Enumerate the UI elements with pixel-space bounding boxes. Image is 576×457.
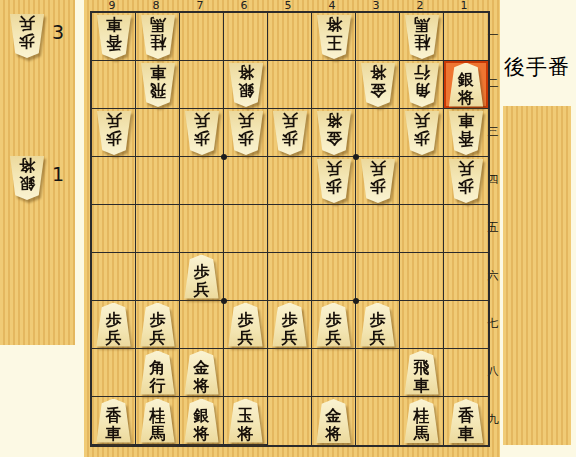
shogi-piece-sente[interactable]: 歩兵 [315,303,353,347]
board-square[interactable] [180,157,224,205]
piece-face: 銀将 [227,63,265,107]
board-square[interactable] [224,205,268,253]
shogi-piece-gote[interactable]: 金将 [359,63,397,107]
piece-kanji: 歩 [106,129,122,147]
shogi-piece-gote[interactable]: 飛車 [139,63,177,107]
piece-face: 歩兵 [447,159,485,203]
shogi-piece-gote[interactable]: 桂馬 [139,15,177,59]
piece-kanji: 兵 [414,111,430,129]
piece-face: 飛車 [139,63,177,107]
shogi-piece-sente[interactable]: 銀将 [183,399,221,443]
board-square[interactable] [92,205,136,253]
file-label: 2 [398,0,442,11]
shogi-piece-gote[interactable]: 歩兵 [8,14,46,58]
shogi-app: 歩兵3銀将1 987654321 一二三四五六七八九 香車桂馬王将桂馬飛車銀将金… [0,0,576,457]
board-square[interactable]: 玉将 [224,397,268,445]
piece-face: 桂馬 [403,399,441,443]
piece-face: 桂馬 [403,15,441,59]
board-square[interactable]: 銀将 [224,61,268,109]
board-square[interactable]: 角行 [136,349,180,397]
piece-kanji: 馬 [414,15,430,33]
piece-kanji: 銀 [458,71,474,89]
board-square[interactable] [268,13,312,61]
shogi-piece-gote[interactable]: 銀将 [227,63,265,107]
piece-face: 玉将 [227,399,265,443]
piece-face: 香車 [95,15,133,59]
piece-kanji: 兵 [194,281,210,299]
board-square[interactable]: 香車 [444,109,488,157]
piece-kanji: 歩 [326,311,342,329]
piece-kanji: 兵 [370,329,386,347]
piece-kanji: 兵 [19,14,35,32]
piece-kanji: 角 [414,81,430,99]
piece-kanji: 銀 [194,407,210,425]
board-square[interactable] [224,13,268,61]
board-square[interactable] [268,205,312,253]
board-square[interactable]: 歩兵 [312,157,356,205]
board-square[interactable]: 桂馬 [136,13,180,61]
file-label: 1 [442,0,486,11]
piece-kanji: 香 [458,129,474,147]
shogi-piece-sente[interactable]: 金将 [183,351,221,395]
board-square[interactable] [180,13,224,61]
piece-kanji: 馬 [414,425,430,443]
piece-kanji: 将 [326,425,342,443]
piece-kanji: 王 [326,33,342,51]
piece-face: 歩兵 [271,111,309,155]
piece-kanji: 歩 [150,311,166,329]
board-square[interactable]: 歩兵 [312,301,356,349]
piece-face: 桂馬 [139,15,177,59]
board-square[interactable]: 歩兵 [180,253,224,301]
board-square[interactable]: 王将 [312,13,356,61]
board-square[interactable] [356,349,400,397]
captured-piece-slot: 銀将1 [8,156,74,202]
board-square[interactable] [180,301,224,349]
piece-kanji: 金 [326,129,342,147]
board-square[interactable] [268,397,312,445]
piece-face: 歩兵 [95,111,133,155]
board-square[interactable] [444,253,488,301]
board-square[interactable] [268,157,312,205]
piece-kanji: 将 [238,425,254,443]
board-square[interactable] [444,205,488,253]
shogi-piece-gote[interactable]: 王将 [315,15,353,59]
shogi-piece-sente[interactable]: 桂馬 [403,399,441,443]
board-square[interactable]: 金将 [180,349,224,397]
shogi-piece-sente[interactable]: 玉将 [227,399,265,443]
piece-kanji: 歩 [326,177,342,195]
piece-kanji: 飛 [414,359,430,377]
piece-kanji: 将 [19,156,35,174]
board-square[interactable] [444,13,488,61]
piece-face: 飛車 [403,351,441,395]
board-square[interactable]: 金将 [312,397,356,445]
piece-kanji: 歩 [194,129,210,147]
star-point [221,298,227,304]
board-square[interactable] [444,301,488,349]
board-grid: 香車桂馬王将桂馬飛車銀将金将角行銀将歩兵歩兵歩兵歩兵金将歩兵香車歩兵歩兵歩兵歩兵… [90,11,490,447]
piece-kanji: 将 [326,111,342,129]
piece-kanji: 香 [106,33,122,51]
board-square[interactable] [136,205,180,253]
board-square[interactable]: 飛車 [400,349,444,397]
shogi-piece-sente[interactable]: 歩兵 [95,303,133,347]
board-square[interactable] [356,205,400,253]
board-square[interactable] [356,109,400,157]
piece-face: 歩兵 [315,303,353,347]
piece-kanji: 行 [150,377,166,395]
piece-kanji: 車 [414,377,430,395]
piece-kanji: 桂 [414,33,430,51]
shogi-piece-gote[interactable]: 香車 [95,15,133,59]
piece-kanji: 将 [458,89,474,107]
board-square[interactable]: 角行 [400,61,444,109]
piece-kanji: 金 [326,407,342,425]
board-square[interactable]: 桂馬 [136,397,180,445]
shogi-piece-gote[interactable]: 歩兵 [447,159,485,203]
file-label: 6 [222,0,266,11]
piece-kanji: 兵 [282,329,298,347]
piece-face: 王将 [315,15,353,59]
piece-kanji: 車 [458,425,474,443]
star-point [353,154,359,160]
piece-face: 歩兵 [139,303,177,347]
board-square[interactable]: 歩兵 [268,301,312,349]
piece-kanji: 歩 [370,177,386,195]
board-square[interactable] [136,109,180,157]
board-square[interactable] [224,253,268,301]
piece-face: 香車 [95,399,133,443]
shogi-piece-gote[interactable]: 歩兵 [95,111,133,155]
board-square[interactable] [268,253,312,301]
piece-kanji: 兵 [106,329,122,347]
piece-kanji: 桂 [414,407,430,425]
shogi-piece-sente[interactable]: 歩兵 [271,303,309,347]
piece-face: 角行 [403,63,441,107]
shogi-piece-sente[interactable]: 歩兵 [139,303,177,347]
piece-face: 歩兵 [271,303,309,347]
piece-kanji: 兵 [282,111,298,129]
piece-kanji: 玉 [238,407,254,425]
piece-kanji: 角 [150,359,166,377]
board-square[interactable]: 飛車 [136,61,180,109]
board-square[interactable] [224,349,268,397]
board-square[interactable] [356,13,400,61]
gote-captured-tray: 歩兵3銀将1 [0,0,75,345]
board-square[interactable]: 香車 [444,397,488,445]
shogi-piece-sente[interactable]: 銀将 [447,63,485,107]
board-square[interactable] [180,61,224,109]
board-square[interactable] [400,157,444,205]
board-square[interactable] [312,61,356,109]
file-label: 4 [310,0,354,11]
board-square[interactable] [444,349,488,397]
piece-face: 香車 [447,399,485,443]
piece-face: 歩兵 [227,303,265,347]
shogi-piece-gote[interactable]: 歩兵 [315,159,353,203]
piece-face: 歩兵 [227,111,265,155]
captured-piece-count: 3 [52,21,64,43]
shogi-piece-sente[interactable]: 金将 [315,399,353,443]
piece-face: 角行 [139,351,177,395]
board-square[interactable]: 歩兵 [444,157,488,205]
board-square[interactable] [92,157,136,205]
shogi-piece-gote[interactable]: 歩兵 [403,111,441,155]
board-square[interactable]: 歩兵 [92,109,136,157]
piece-kanji: 馬 [150,425,166,443]
captured-piece-count: 1 [52,163,64,185]
board-square[interactable] [400,253,444,301]
piece-face: 歩兵 [183,111,221,155]
file-labels: 987654321 [90,0,486,11]
board-square[interactable] [92,253,136,301]
piece-kanji: 兵 [326,329,342,347]
piece-kanji: 歩 [194,263,210,281]
shogi-piece-gote[interactable]: 銀将 [8,156,46,200]
piece-kanji: 車 [150,63,166,81]
piece-kanji: 将 [370,63,386,81]
piece-kanji: 兵 [238,111,254,129]
board-square[interactable]: 金将 [312,109,356,157]
piece-kanji: 将 [326,15,342,33]
shogi-piece-sente[interactable]: 香車 [95,399,133,443]
piece-face: 歩兵 [95,303,133,347]
file-label: 7 [178,0,222,11]
piece-kanji: 歩 [19,32,35,50]
piece-kanji: 兵 [194,111,210,129]
shogi-piece-sente[interactable]: 歩兵 [183,255,221,299]
board-square[interactable]: 桂馬 [400,397,444,445]
piece-face: 金将 [315,399,353,443]
piece-kanji: 歩 [282,311,298,329]
shogi-piece-gote[interactable]: 歩兵 [359,159,397,203]
piece-kanji: 馬 [150,15,166,33]
star-point [221,154,227,160]
piece-face: 金将 [183,351,221,395]
piece-kanji: 歩 [414,129,430,147]
piece-kanji: 桂 [150,407,166,425]
piece-face: 銀将 [183,399,221,443]
sente-captured-tray [503,106,571,445]
board-square[interactable]: 歩兵 [92,301,136,349]
piece-face: 歩兵 [359,303,397,347]
board-square[interactable] [356,253,400,301]
board-square[interactable]: 歩兵 [224,301,268,349]
piece-kanji: 兵 [458,159,474,177]
board-square[interactable] [92,349,136,397]
piece-kanji: 兵 [326,159,342,177]
file-label: 8 [134,0,178,11]
shogi-piece-sente[interactable]: 香車 [447,399,485,443]
shogi-piece-sente[interactable]: 飛車 [403,351,441,395]
board-square[interactable]: 銀将 [180,397,224,445]
piece-kanji: 歩 [282,129,298,147]
shogi-piece-sente[interactable]: 歩兵 [227,303,265,347]
board-square[interactable]: 歩兵 [224,109,268,157]
piece-kanji: 歩 [458,177,474,195]
turn-indicator: 後手番 [504,53,576,81]
shogi-piece-gote[interactable]: 歩兵 [227,111,265,155]
board-square[interactable] [268,349,312,397]
piece-kanji: 車 [106,15,122,33]
shogi-board-panel: 987654321 一二三四五六七八九 香車桂馬王将桂馬飛車銀将金将角行銀将歩兵… [84,0,500,457]
piece-kanji: 銀 [238,81,254,99]
shogi-piece-sente[interactable]: 桂馬 [139,399,177,443]
piece-face: 桂馬 [139,399,177,443]
board-square[interactable]: 歩兵 [356,157,400,205]
board-square[interactable]: 桂馬 [400,13,444,61]
board-square[interactable] [136,157,180,205]
piece-kanji: 車 [106,425,122,443]
piece-face: 歩兵 [315,159,353,203]
board-square[interactable] [312,253,356,301]
piece-kanji: 兵 [370,159,386,177]
piece-kanji: 銀 [19,174,35,192]
piece-kanji: 行 [414,63,430,81]
board-square[interactable]: 歩兵 [180,109,224,157]
piece-face: 歩兵 [359,159,397,203]
piece-kanji: 飛 [150,81,166,99]
piece-face: 金将 [315,111,353,155]
piece-kanji: 車 [458,111,474,129]
shogi-piece-sente[interactable]: 角行 [139,351,177,395]
board-square[interactable] [224,157,268,205]
star-point [353,298,359,304]
piece-kanji: 兵 [150,329,166,347]
board-square[interactable]: 歩兵 [136,301,180,349]
board-square[interactable]: 香車 [92,13,136,61]
piece-kanji: 歩 [238,129,254,147]
piece-kanji: 金 [194,359,210,377]
shogi-piece-gote[interactable]: 歩兵 [183,111,221,155]
shogi-piece-sente[interactable]: 歩兵 [359,303,397,347]
piece-kanji: 将 [194,425,210,443]
shogi-piece-gote[interactable]: 角行 [403,63,441,107]
board-square[interactable]: 銀将 [444,61,488,109]
piece-kanji: 将 [194,377,210,395]
shogi-piece-gote[interactable]: 金将 [315,111,353,155]
piece-face: 銀将 [8,156,46,200]
piece-kanji: 桂 [150,33,166,51]
piece-face: 銀将 [447,63,485,107]
file-label: 5 [266,0,310,11]
piece-kanji: 兵 [106,111,122,129]
piece-face: 歩兵 [403,111,441,155]
board-square[interactable] [180,205,224,253]
piece-face: 金将 [359,63,397,107]
file-label: 9 [90,0,134,11]
piece-kanji: 金 [370,81,386,99]
piece-face: 香車 [447,111,485,155]
piece-kanji: 将 [238,63,254,81]
piece-kanji: 香 [106,407,122,425]
board-square[interactable]: 歩兵 [356,301,400,349]
board-square[interactable]: 香車 [92,397,136,445]
board-square[interactable] [268,61,312,109]
captured-piece-slot: 歩兵3 [8,14,74,60]
board-square[interactable]: 歩兵 [400,109,444,157]
piece-kanji: 歩 [106,311,122,329]
shogi-piece-gote[interactable]: 桂馬 [403,15,441,59]
board-square[interactable] [312,205,356,253]
board-square[interactable]: 金将 [356,61,400,109]
board-square[interactable] [356,397,400,445]
shogi-piece-gote[interactable]: 香車 [447,111,485,155]
piece-kanji: 兵 [238,329,254,347]
piece-face: 歩兵 [183,255,221,299]
board-square[interactable] [312,349,356,397]
piece-kanji: 歩 [370,311,386,329]
piece-kanji: 香 [458,407,474,425]
piece-face: 歩兵 [8,14,46,58]
board-square[interactable] [400,301,444,349]
file-label: 3 [354,0,398,11]
board-square[interactable] [400,205,444,253]
shogi-piece-gote[interactable]: 歩兵 [271,111,309,155]
board-square[interactable]: 歩兵 [268,109,312,157]
board-square[interactable] [92,61,136,109]
piece-kanji: 歩 [238,311,254,329]
board-square[interactable] [136,253,180,301]
